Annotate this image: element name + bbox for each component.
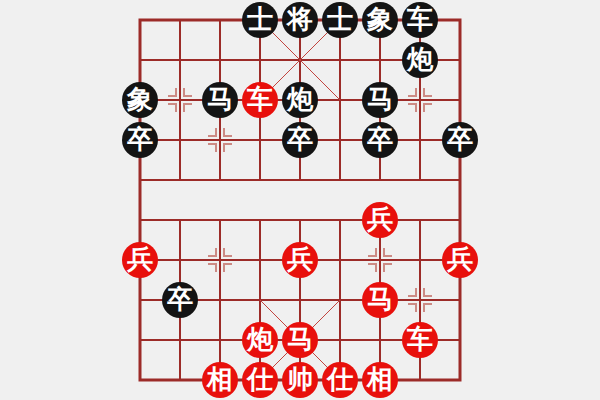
piece-red-soldier[interactable]: 兵 <box>362 202 398 238</box>
piece-black-soldier[interactable]: 卒 <box>122 122 158 158</box>
piece-red-horse[interactable]: 马 <box>282 322 318 358</box>
piece-black-horse[interactable]: 马 <box>362 82 398 118</box>
piece-black-elephant[interactable]: 象 <box>362 2 398 38</box>
piece-red-chariot[interactable]: 车 <box>242 82 278 118</box>
piece-black-horse[interactable]: 马 <box>202 82 238 118</box>
piece-red-cannon[interactable]: 炮 <box>242 322 278 358</box>
piece-red-soldier[interactable]: 兵 <box>442 242 478 278</box>
piece-red-advisor[interactable]: 仕 <box>242 362 278 398</box>
piece-red-elephant[interactable]: 相 <box>202 362 238 398</box>
piece-black-advisor[interactable]: 士 <box>242 2 278 38</box>
piece-black-soldier[interactable]: 卒 <box>362 122 398 158</box>
piece-red-general[interactable]: 帅 <box>282 362 318 398</box>
piece-black-soldier[interactable]: 卒 <box>442 122 478 158</box>
piece-red-horse[interactable]: 马 <box>362 282 398 318</box>
piece-black-cannon[interactable]: 炮 <box>402 42 438 78</box>
xiangqi-board: 士将士象车炮象马车炮马卒卒卒卒兵兵兵兵卒马炮马车相仕帅仕相 <box>0 0 600 400</box>
piece-black-soldier[interactable]: 卒 <box>282 122 318 158</box>
pieces-layer: 士将士象车炮象马车炮马卒卒卒卒兵兵兵兵卒马炮马车相仕帅仕相 <box>0 0 600 400</box>
piece-black-advisor[interactable]: 士 <box>322 2 358 38</box>
piece-red-soldier[interactable]: 兵 <box>282 242 318 278</box>
piece-black-elephant[interactable]: 象 <box>122 82 158 118</box>
piece-black-chariot[interactable]: 车 <box>402 2 438 38</box>
piece-red-advisor[interactable]: 仕 <box>322 362 358 398</box>
piece-red-elephant[interactable]: 相 <box>362 362 398 398</box>
piece-black-cannon[interactable]: 炮 <box>282 82 318 118</box>
piece-black-general[interactable]: 将 <box>282 2 318 38</box>
piece-black-soldier[interactable]: 卒 <box>162 282 198 318</box>
piece-red-soldier[interactable]: 兵 <box>122 242 158 278</box>
piece-red-chariot[interactable]: 车 <box>402 322 438 358</box>
